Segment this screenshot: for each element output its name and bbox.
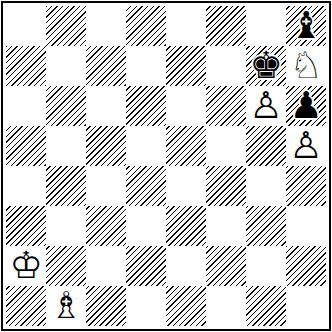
square-d2[interactable] <box>126 246 166 286</box>
square-b3[interactable] <box>46 206 86 246</box>
square-e1[interactable] <box>166 286 206 326</box>
square-e2[interactable] <box>166 246 206 286</box>
square-d1[interactable] <box>126 286 166 326</box>
square-f8[interactable] <box>206 6 246 46</box>
square-g2[interactable] <box>246 246 286 286</box>
square-h5[interactable]: ♙ <box>286 126 326 166</box>
square-c4[interactable] <box>86 166 126 206</box>
square-e5[interactable] <box>166 126 206 166</box>
square-d8[interactable] <box>126 6 166 46</box>
square-d7[interactable] <box>126 46 166 86</box>
square-g5[interactable] <box>246 126 286 166</box>
square-c2[interactable] <box>86 246 126 286</box>
square-f3[interactable] <box>206 206 246 246</box>
square-e4[interactable] <box>166 166 206 206</box>
square-e8[interactable] <box>166 6 206 46</box>
square-a4[interactable] <box>6 166 46 206</box>
square-d4[interactable] <box>126 166 166 206</box>
square-g8[interactable] <box>246 6 286 46</box>
square-g7[interactable]: ♚ <box>246 46 286 86</box>
square-a3[interactable] <box>6 206 46 246</box>
square-a7[interactable] <box>6 46 46 86</box>
square-b2[interactable] <box>46 246 86 286</box>
piece-white-bishop: ♗ <box>49 286 82 326</box>
square-h8[interactable]: ♝ <box>286 6 326 46</box>
square-f1[interactable] <box>206 286 246 326</box>
square-a2[interactable]: ♔ <box>6 246 46 286</box>
square-g1[interactable] <box>246 286 286 326</box>
piece-white-pawn: ♙ <box>289 126 322 166</box>
square-e6[interactable] <box>166 86 206 126</box>
square-b6[interactable] <box>46 86 86 126</box>
square-d3[interactable] <box>126 206 166 246</box>
square-c3[interactable] <box>86 206 126 246</box>
square-a6[interactable] <box>6 86 46 126</box>
square-b7[interactable] <box>46 46 86 86</box>
square-h6[interactable]: ♟ <box>286 86 326 126</box>
square-a8[interactable] <box>6 6 46 46</box>
square-g6[interactable]: ♙ <box>246 86 286 126</box>
square-b1[interactable]: ♗ <box>46 286 86 326</box>
square-f2[interactable] <box>206 246 246 286</box>
square-g3[interactable] <box>246 206 286 246</box>
square-e7[interactable] <box>166 46 206 86</box>
square-f5[interactable] <box>206 126 246 166</box>
square-d6[interactable] <box>126 86 166 126</box>
square-b8[interactable] <box>46 6 86 46</box>
piece-white-knight: ♘ <box>289 46 322 86</box>
chess-board: ♝♚♘♙♟♙♔♗ <box>6 6 326 326</box>
piece-black-pawn: ♟ <box>289 86 322 126</box>
square-h3[interactable] <box>286 206 326 246</box>
square-h4[interactable] <box>286 166 326 206</box>
square-c1[interactable] <box>86 286 126 326</box>
square-e3[interactable] <box>166 206 206 246</box>
piece-black-bishop: ♝ <box>289 6 322 46</box>
piece-black-king: ♚ <box>249 46 282 86</box>
square-h1[interactable] <box>286 286 326 326</box>
square-g4[interactable] <box>246 166 286 206</box>
square-b5[interactable] <box>46 126 86 166</box>
square-c6[interactable] <box>86 86 126 126</box>
square-h2[interactable] <box>286 246 326 286</box>
piece-white-pawn: ♙ <box>249 86 282 126</box>
square-f7[interactable] <box>206 46 246 86</box>
square-a1[interactable] <box>6 286 46 326</box>
square-f4[interactable] <box>206 166 246 206</box>
piece-white-king: ♔ <box>9 246 42 286</box>
square-c5[interactable] <box>86 126 126 166</box>
square-f6[interactable] <box>206 86 246 126</box>
board-frame: ♝♚♘♙♟♙♔♗ <box>1 1 331 331</box>
square-a5[interactable] <box>6 126 46 166</box>
square-d5[interactable] <box>126 126 166 166</box>
square-b4[interactable] <box>46 166 86 206</box>
square-c8[interactable] <box>86 6 126 46</box>
square-c7[interactable] <box>86 46 126 86</box>
square-h7[interactable]: ♘ <box>286 46 326 86</box>
chess-diagram: ♝♚♘♙♟♙♔♗ <box>0 0 332 332</box>
